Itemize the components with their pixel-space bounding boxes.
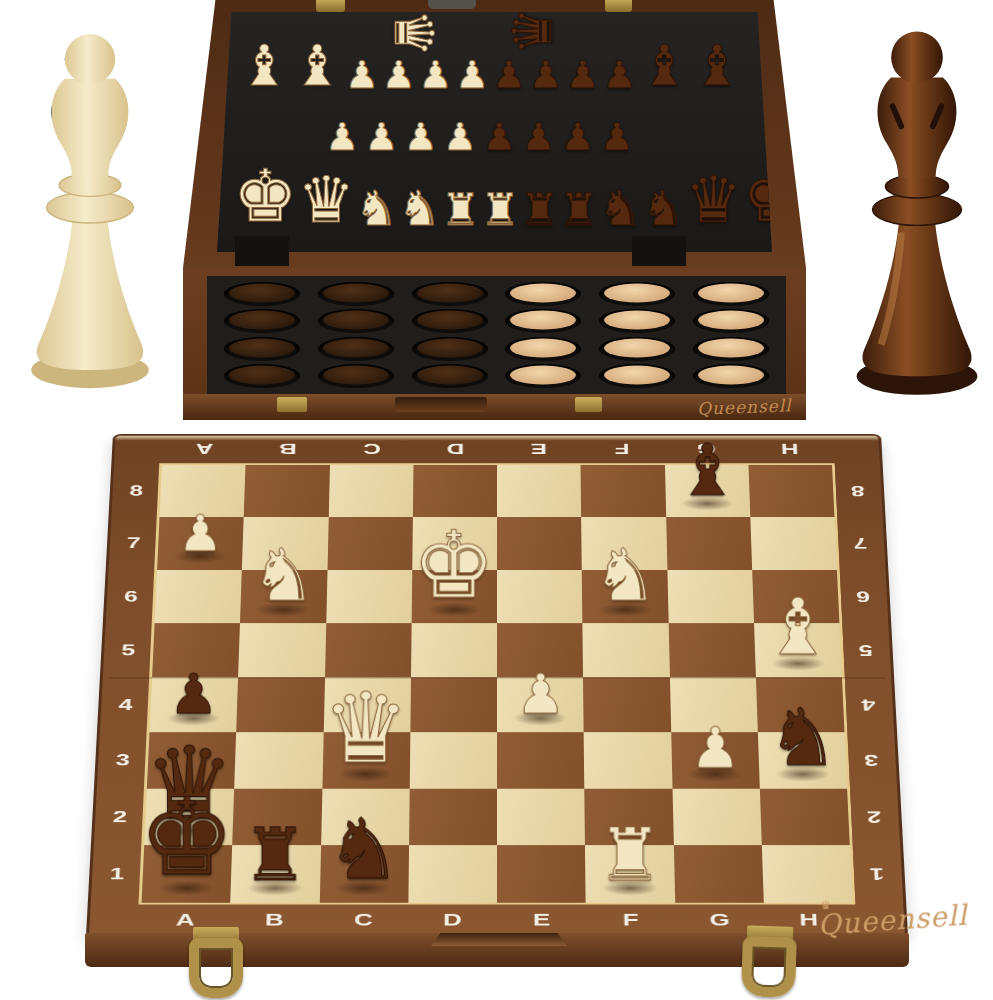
square-e4 <box>497 677 584 732</box>
stored-white-pawn: ♟ <box>455 56 489 94</box>
file-label-near-D: D <box>408 907 497 932</box>
stored-black-pawn: ♟ <box>529 56 563 94</box>
square-a4 <box>149 677 238 732</box>
square-c4 <box>323 677 411 732</box>
square-d4 <box>410 677 497 732</box>
stored-white-pawn: ♟ <box>345 56 379 94</box>
playing-area <box>138 463 855 904</box>
rank-label-left-1: 1 <box>97 845 138 903</box>
lid-handle-notch <box>428 0 476 9</box>
square-b2 <box>232 788 322 845</box>
stored-pieces-back-row: ♝♝♟♟♟♟♟♟♟♟♝♝ <box>239 30 742 94</box>
stored-laying-black-queen: ♛ <box>506 7 560 55</box>
square-c1 <box>319 845 409 903</box>
square-g8 <box>665 465 751 517</box>
product-photo: ♝♝♟♟♟♟♟♟♟♟♝♝ ♟♟♟♟♟♟♟♟ ♚♛♞♞♜♜♜♜♞♞♛♚ ♛ ♛ Q… <box>0 0 993 1000</box>
file-label-far-G: G <box>664 438 748 460</box>
file-label-near-C: C <box>319 907 408 932</box>
square-g4 <box>669 677 757 732</box>
square-a1 <box>142 845 233 903</box>
square-f1 <box>585 845 675 903</box>
square-h4 <box>756 677 845 732</box>
square-b5 <box>238 623 325 677</box>
square-d3 <box>409 732 497 788</box>
stored-white-bishop: ♝ <box>239 38 289 94</box>
board-grid <box>142 465 853 903</box>
rank-label-right-6: 6 <box>844 570 883 623</box>
stored-black-pawn: ♟ <box>492 56 526 94</box>
square-c3 <box>322 732 410 788</box>
file-label-far-D: D <box>413 438 497 460</box>
crown-icon: ♛ <box>820 898 833 913</box>
rank-label-right-5: 5 <box>846 623 885 677</box>
square-g7 <box>666 517 752 570</box>
stored-black-bishop: ♝ <box>639 38 689 94</box>
rank-label-left-2: 2 <box>100 788 140 845</box>
square-c6 <box>326 570 412 623</box>
square-d8 <box>413 465 497 517</box>
chess-board: ABCDEFGH ABCDEFGH 87654321 87654321 ♝♟♞♚… <box>89 120 905 936</box>
rank-label-right-8: 8 <box>839 465 877 517</box>
file-labels-far: ABCDEFGH <box>162 438 832 460</box>
square-h2 <box>760 788 850 845</box>
square-b1 <box>230 845 320 903</box>
file-label-near-E: E <box>497 907 586 932</box>
square-g2 <box>672 788 762 845</box>
square-e2 <box>497 788 585 845</box>
stored-black-pawn: ♟ <box>602 56 636 94</box>
square-b8 <box>244 465 330 517</box>
square-g1 <box>673 845 763 903</box>
rank-label-right-2: 2 <box>854 788 894 845</box>
square-b6 <box>240 570 327 623</box>
rank-label-right-1: 1 <box>857 845 898 903</box>
square-g6 <box>667 570 754 623</box>
square-e1 <box>497 845 586 903</box>
square-e7 <box>497 517 582 570</box>
square-f5 <box>583 623 670 677</box>
stored-black-pawn: ♟ <box>565 56 599 94</box>
square-e5 <box>497 623 583 677</box>
square-d6 <box>411 570 497 623</box>
square-c8 <box>328 465 413 517</box>
latch-ring <box>741 936 797 998</box>
lid-hinge-icon <box>316 0 345 12</box>
square-e6 <box>497 570 583 623</box>
square-f8 <box>581 465 666 517</box>
board-edge-notch <box>431 933 567 946</box>
square-f7 <box>581 517 667 570</box>
file-label-near-F: F <box>586 907 675 932</box>
square-a6 <box>155 570 242 623</box>
square-f4 <box>583 677 671 732</box>
square-e3 <box>497 732 585 788</box>
rank-label-left-6: 6 <box>111 570 150 623</box>
square-a5 <box>152 623 240 677</box>
stored-white-pawn: ♟ <box>382 56 416 94</box>
square-e8 <box>497 465 581 517</box>
file-label-far-F: F <box>580 438 664 460</box>
rank-label-right-4: 4 <box>849 677 889 732</box>
square-d2 <box>409 788 497 845</box>
square-a3 <box>147 732 236 788</box>
square-h1 <box>762 845 853 903</box>
square-c5 <box>325 623 412 677</box>
stored-white-pawn: ♟ <box>418 56 452 94</box>
file-label-far-A: A <box>162 438 246 460</box>
square-f2 <box>585 788 674 845</box>
board-frame: ABCDEFGH ABCDEFGH 87654321 87654321 ♝♟♞♚… <box>89 436 905 936</box>
square-f6 <box>582 570 668 623</box>
square-g5 <box>668 623 755 677</box>
file-label-far-H: H <box>747 438 831 460</box>
rank-label-left-8: 8 <box>117 465 155 517</box>
stored-laying-white-queen: ♛ <box>386 9 440 57</box>
file-label-far-B: B <box>246 438 330 460</box>
square-c7 <box>327 517 413 570</box>
latch-ring <box>189 938 243 998</box>
square-h6 <box>752 570 839 623</box>
square-b3 <box>234 732 323 788</box>
square-d5 <box>411 623 497 677</box>
square-d7 <box>412 517 497 570</box>
rank-label-left-5: 5 <box>109 623 148 677</box>
brass-latch-icon <box>184 927 248 1000</box>
file-label-far-C: C <box>330 438 414 460</box>
square-d1 <box>408 845 497 903</box>
square-h5 <box>754 623 842 677</box>
square-c2 <box>321 788 410 845</box>
square-a8 <box>160 465 246 517</box>
square-f3 <box>584 732 672 788</box>
square-h3 <box>758 732 847 788</box>
stored-white-bishop: ♝ <box>292 38 342 94</box>
square-a7 <box>157 517 244 570</box>
rank-label-left-3: 3 <box>103 732 143 788</box>
rank-label-right-7: 7 <box>841 517 880 570</box>
square-h7 <box>750 517 837 570</box>
brass-latch-icon <box>736 925 803 1000</box>
square-b4 <box>236 677 324 732</box>
square-b7 <box>242 517 328 570</box>
file-label-far-E: E <box>497 438 581 460</box>
lid-hinge-icon <box>605 0 632 12</box>
stored-black-bishop: ♝ <box>692 38 742 94</box>
square-a2 <box>144 788 234 845</box>
rank-label-right-3: 3 <box>851 732 891 788</box>
rank-label-left-4: 4 <box>106 677 146 732</box>
square-h8 <box>748 465 834 517</box>
rank-label-left-7: 7 <box>114 517 153 570</box>
square-g3 <box>671 732 760 788</box>
